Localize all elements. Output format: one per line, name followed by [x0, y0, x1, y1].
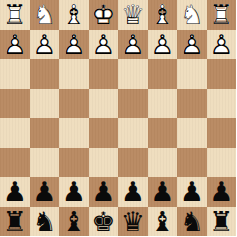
square-g2[interactable]: ♟♙: [30, 30, 60, 60]
square-d1[interactable]: ♛♕: [118, 0, 148, 30]
white-knight-icon: ♞♘: [177, 0, 207, 30]
square-g7[interactable]: ♟: [30, 177, 60, 207]
square-c4[interactable]: [148, 89, 178, 119]
square-e3[interactable]: [89, 59, 119, 89]
white-pawn-icon: ♟♙: [177, 30, 207, 60]
black-bishop-icon: ♝: [148, 207, 178, 237]
square-g3[interactable]: [30, 59, 60, 89]
square-c2[interactable]: ♟♙: [148, 30, 178, 60]
square-d8[interactable]: ♛: [118, 207, 148, 237]
square-d3[interactable]: [118, 59, 148, 89]
square-a7[interactable]: ♟: [207, 177, 237, 207]
black-king-icon: ♚: [89, 207, 119, 237]
white-pawn-icon: ♟♙: [207, 30, 237, 60]
square-g8[interactable]: ♞: [30, 207, 60, 237]
white-bishop-icon: ♝♗: [148, 0, 178, 30]
square-e8[interactable]: ♚: [89, 207, 119, 237]
square-f6[interactable]: [59, 148, 89, 178]
square-c7[interactable]: ♟: [148, 177, 178, 207]
square-d6[interactable]: [118, 148, 148, 178]
square-h3[interactable]: [0, 59, 30, 89]
square-f3[interactable]: [59, 59, 89, 89]
white-knight-icon: ♞♘: [30, 0, 60, 30]
square-b8[interactable]: ♞: [177, 207, 207, 237]
square-a2[interactable]: ♟♙: [207, 30, 237, 60]
square-h2[interactable]: ♟♙: [0, 30, 30, 60]
black-pawn-icon: ♟: [89, 177, 119, 207]
black-bishop-icon: ♝: [59, 207, 89, 237]
square-f4[interactable]: [59, 89, 89, 119]
square-c5[interactable]: [148, 118, 178, 148]
square-f1[interactable]: ♝♗: [59, 0, 89, 30]
black-queen-icon: ♛: [118, 207, 148, 237]
black-knight-icon: ♞: [177, 207, 207, 237]
black-knight-icon: ♞: [30, 207, 60, 237]
black-pawn-icon: ♟: [59, 177, 89, 207]
square-c1[interactable]: ♝♗: [148, 0, 178, 30]
black-rook-icon: ♜: [0, 207, 30, 237]
square-b5[interactable]: [177, 118, 207, 148]
square-a5[interactable]: [207, 118, 237, 148]
square-b1[interactable]: ♞♘: [177, 0, 207, 30]
square-e6[interactable]: [89, 148, 119, 178]
square-f5[interactable]: [59, 118, 89, 148]
square-g1[interactable]: ♞♘: [30, 0, 60, 30]
square-c8[interactable]: ♝: [148, 207, 178, 237]
square-g5[interactable]: [30, 118, 60, 148]
chess-board: ♜♖♞♘♝♗♚♔♛♕♝♗♞♘♜♖♟♙♟♙♟♙♟♙♟♙♟♙♟♙♟♙♟♟♟♟♟♟♟♟…: [0, 0, 236, 236]
white-pawn-icon: ♟♙: [148, 30, 178, 60]
square-e5[interactable]: [89, 118, 119, 148]
white-queen-icon: ♛♕: [118, 0, 148, 30]
square-b7[interactable]: ♟: [177, 177, 207, 207]
square-a4[interactable]: [207, 89, 237, 119]
square-h8[interactable]: ♜: [0, 207, 30, 237]
square-h7[interactable]: ♟: [0, 177, 30, 207]
square-e7[interactable]: ♟: [89, 177, 119, 207]
square-b3[interactable]: [177, 59, 207, 89]
white-rook-icon: ♜♖: [207, 0, 237, 30]
square-a6[interactable]: [207, 148, 237, 178]
square-h6[interactable]: [0, 148, 30, 178]
square-h1[interactable]: ♜♖: [0, 0, 30, 30]
square-d5[interactable]: [118, 118, 148, 148]
square-e1[interactable]: ♚♔: [89, 0, 119, 30]
white-pawn-icon: ♟♙: [118, 30, 148, 60]
square-b4[interactable]: [177, 89, 207, 119]
square-h4[interactable]: [0, 89, 30, 119]
white-pawn-icon: ♟♙: [30, 30, 60, 60]
square-f8[interactable]: ♝: [59, 207, 89, 237]
black-pawn-icon: ♟: [30, 177, 60, 207]
square-g6[interactable]: [30, 148, 60, 178]
black-pawn-icon: ♟: [177, 177, 207, 207]
black-pawn-icon: ♟: [207, 177, 237, 207]
white-pawn-icon: ♟♙: [89, 30, 119, 60]
square-e2[interactable]: ♟♙: [89, 30, 119, 60]
square-a3[interactable]: [207, 59, 237, 89]
black-pawn-icon: ♟: [148, 177, 178, 207]
white-bishop-icon: ♝♗: [59, 0, 89, 30]
white-pawn-icon: ♟♙: [59, 30, 89, 60]
black-pawn-icon: ♟: [0, 177, 30, 207]
black-pawn-icon: ♟: [118, 177, 148, 207]
square-d7[interactable]: ♟: [118, 177, 148, 207]
square-a1[interactable]: ♜♖: [207, 0, 237, 30]
square-c3[interactable]: [148, 59, 178, 89]
square-f2[interactable]: ♟♙: [59, 30, 89, 60]
square-a8[interactable]: ♜: [207, 207, 237, 237]
white-rook-icon: ♜♖: [0, 0, 30, 30]
chess-board-wrapper: ♜♖♞♘♝♗♚♔♛♕♝♗♞♘♜♖♟♙♟♙♟♙♟♙♟♙♟♙♟♙♟♙♟♟♟♟♟♟♟♟…: [0, 0, 236, 236]
square-e4[interactable]: [89, 89, 119, 119]
black-rook-icon: ♜: [207, 207, 237, 237]
square-b2[interactable]: ♟♙: [177, 30, 207, 60]
white-king-icon: ♚♔: [89, 0, 119, 30]
square-b6[interactable]: [177, 148, 207, 178]
square-c6[interactable]: [148, 148, 178, 178]
square-h5[interactable]: [0, 118, 30, 148]
square-d2[interactable]: ♟♙: [118, 30, 148, 60]
square-d4[interactable]: [118, 89, 148, 119]
square-f7[interactable]: ♟: [59, 177, 89, 207]
white-pawn-icon: ♟♙: [0, 30, 30, 60]
square-g4[interactable]: [30, 89, 60, 119]
